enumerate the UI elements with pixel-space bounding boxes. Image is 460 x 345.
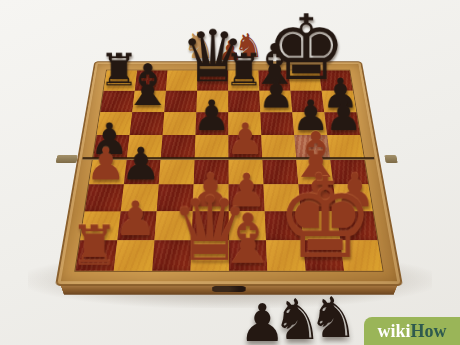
square-g1[interactable]: ♚ [303,240,344,271]
chess-board: ♜♛♜♝♚♝♟♟♟♟♟♟♟♟♟♝♟♟♟♟♟♜♛♝♚ [55,61,403,286]
wikihow-how-text: How [411,321,447,342]
square-a1[interactable]: ♜ [75,240,117,271]
scene: ♜♛♜♝♚♝♟♟♟♟♟♟♟♟♟♝♟♟♟♟♟♜♛♝♚ [0,0,460,345]
captured-black-knight[interactable]: ♞ [308,290,358,345]
piece-red-rook[interactable]: ♜ [31,218,156,273]
hinge-clasp-right [384,155,398,163]
board-grid: ♜♛♜♝♚♝♟♟♟♟♟♟♟♟♟♝♟♟♟♟♟♜♛♝♚ [74,70,383,272]
wikihow-watermark: wikiHow [364,317,460,345]
wikihow-wiki-text: wiki [377,321,410,342]
piece-red-king[interactable]: ♚ [263,163,388,274]
square-e5[interactable]: ♟ [228,135,262,159]
board-latch [212,286,246,292]
